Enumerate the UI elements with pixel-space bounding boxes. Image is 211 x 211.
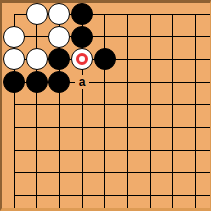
black-stone — [48, 71, 70, 93]
white-stone — [26, 3, 48, 25]
white-stone — [3, 48, 25, 70]
go-corner-diagram: a — [0, 0, 211, 211]
grid-line-vertical — [127, 14, 128, 208]
circle-marker-icon — [76, 53, 88, 65]
white-stone — [3, 26, 25, 48]
white-stone — [48, 26, 70, 48]
grid-line-vertical — [195, 14, 196, 208]
black-stone — [94, 48, 116, 70]
marked-white-stone — [71, 48, 93, 70]
black-stone — [71, 26, 93, 48]
grid-line-vertical — [104, 14, 105, 208]
grid-line-vertical — [172, 14, 173, 208]
black-stone — [48, 48, 70, 70]
point-label-a: a — [75, 75, 89, 89]
grid-line-horizontal — [14, 36, 210, 37]
grid-line-horizontal — [14, 172, 210, 173]
grid-line-vertical — [36, 14, 37, 208]
white-stone — [26, 48, 48, 70]
grid-line-horizontal — [14, 127, 210, 128]
grid-line-vertical — [150, 14, 151, 208]
black-stone — [71, 3, 93, 25]
black-stone — [26, 71, 48, 93]
grid-line-horizontal — [14, 150, 210, 151]
grid-line-horizontal — [14, 104, 210, 105]
black-stone — [3, 71, 25, 93]
grid-line-horizontal — [14, 195, 210, 196]
go-board-grid: a — [2, 3, 210, 208]
white-stone — [48, 3, 70, 25]
